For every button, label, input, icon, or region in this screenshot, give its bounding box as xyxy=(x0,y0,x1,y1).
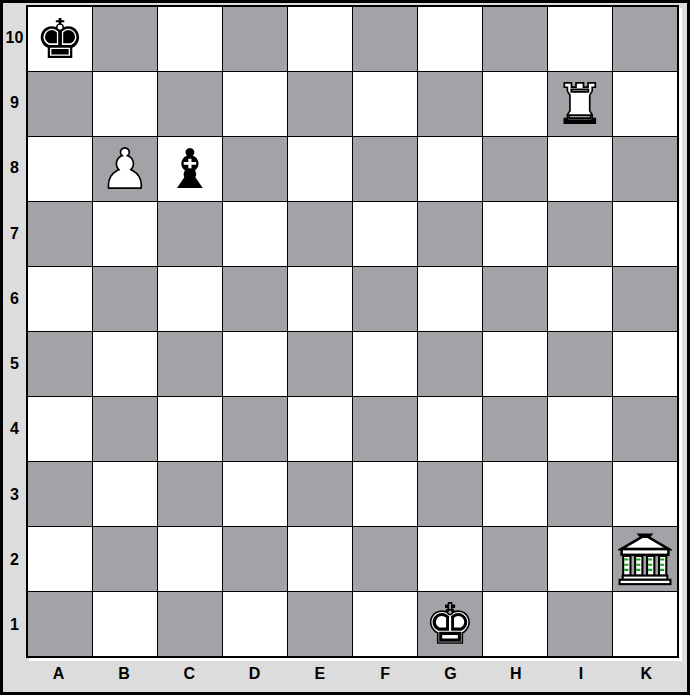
white-king[interactable]: ♚ xyxy=(425,592,474,656)
square-d6[interactable] xyxy=(223,267,287,331)
square-b8[interactable]: ♟ xyxy=(93,137,157,201)
square-h2[interactable] xyxy=(483,527,547,591)
square-e7[interactable] xyxy=(288,202,352,266)
square-h10[interactable] xyxy=(483,7,547,71)
square-i3[interactable] xyxy=(548,462,612,526)
rank-label-9: 9 xyxy=(3,70,26,135)
square-e1[interactable] xyxy=(288,592,352,656)
rank-label-10: 10 xyxy=(3,5,26,70)
square-d4[interactable] xyxy=(223,397,287,461)
square-c5[interactable] xyxy=(158,332,222,396)
square-a3[interactable] xyxy=(28,462,92,526)
square-i6[interactable] xyxy=(548,267,612,331)
square-g5[interactable] xyxy=(418,332,482,396)
square-f2[interactable] xyxy=(353,527,417,591)
file-label-d: D xyxy=(222,660,287,688)
square-f7[interactable] xyxy=(353,202,417,266)
black-king[interactable]: ♚ xyxy=(35,7,84,71)
square-f3[interactable] xyxy=(353,462,417,526)
square-f4[interactable] xyxy=(353,397,417,461)
square-g10[interactable] xyxy=(418,7,482,71)
square-a2[interactable] xyxy=(28,527,92,591)
square-i7[interactable] xyxy=(548,202,612,266)
file-label-g: G xyxy=(418,660,483,688)
file-label-c: C xyxy=(157,660,222,688)
square-h3[interactable] xyxy=(483,462,547,526)
square-g1[interactable]: ♚ xyxy=(418,592,482,656)
square-b5[interactable] xyxy=(93,332,157,396)
square-i1[interactable] xyxy=(548,592,612,656)
square-k3[interactable] xyxy=(613,462,677,526)
square-d8[interactable] xyxy=(223,137,287,201)
square-g4[interactable] xyxy=(418,397,482,461)
square-b7[interactable] xyxy=(93,202,157,266)
square-a1[interactable] xyxy=(28,592,92,656)
square-c9[interactable] xyxy=(158,72,222,136)
square-h7[interactable] xyxy=(483,202,547,266)
square-a10[interactable]: ♚ xyxy=(28,7,92,71)
square-f6[interactable] xyxy=(353,267,417,331)
square-c2[interactable] xyxy=(158,527,222,591)
square-a9[interactable] xyxy=(28,72,92,136)
square-k1[interactable] xyxy=(613,592,677,656)
square-a5[interactable] xyxy=(28,332,92,396)
square-h1[interactable] xyxy=(483,592,547,656)
square-k10[interactable] xyxy=(613,7,677,71)
file-labels: ABCDEFGHIK xyxy=(26,660,679,688)
square-b1[interactable] xyxy=(93,592,157,656)
white-rook[interactable]: ♜ xyxy=(555,72,604,136)
square-c10[interactable] xyxy=(158,7,222,71)
square-e10[interactable] xyxy=(288,7,352,71)
square-b2[interactable] xyxy=(93,527,157,591)
square-e9[interactable] xyxy=(288,72,352,136)
square-g6[interactable] xyxy=(418,267,482,331)
square-h8[interactable] xyxy=(483,137,547,201)
rank-label-2: 2 xyxy=(3,527,26,592)
square-g2[interactable] xyxy=(418,527,482,591)
white-temple[interactable] xyxy=(618,532,672,586)
square-d2[interactable] xyxy=(223,527,287,591)
square-e5[interactable] xyxy=(288,332,352,396)
file-label-b: B xyxy=(91,660,156,688)
square-a7[interactable] xyxy=(28,202,92,266)
square-a4[interactable] xyxy=(28,397,92,461)
square-f1[interactable] xyxy=(353,592,417,656)
square-h5[interactable] xyxy=(483,332,547,396)
square-d10[interactable] xyxy=(223,7,287,71)
square-h9[interactable] xyxy=(483,72,547,136)
square-g7[interactable] xyxy=(418,202,482,266)
square-d7[interactable] xyxy=(223,202,287,266)
square-d1[interactable] xyxy=(223,592,287,656)
square-g8[interactable] xyxy=(418,137,482,201)
square-i4[interactable] xyxy=(548,397,612,461)
rank-label-8: 8 xyxy=(3,136,26,201)
board-frame: 10987654321 ♚♜♟♝ ♚ ABCDEFGHIK xyxy=(0,0,690,695)
square-e6[interactable] xyxy=(288,267,352,331)
square-i2[interactable] xyxy=(548,527,612,591)
square-h6[interactable] xyxy=(483,267,547,331)
file-label-f: F xyxy=(353,660,418,688)
square-f9[interactable] xyxy=(353,72,417,136)
square-i9[interactable]: ♜ xyxy=(548,72,612,136)
rank-labels: 10987654321 xyxy=(3,5,26,658)
rank-label-7: 7 xyxy=(3,201,26,266)
square-b9[interactable] xyxy=(93,72,157,136)
square-f5[interactable] xyxy=(353,332,417,396)
square-h4[interactable] xyxy=(483,397,547,461)
rank-label-5: 5 xyxy=(3,332,26,397)
square-k7[interactable] xyxy=(613,202,677,266)
square-c7[interactable] xyxy=(158,202,222,266)
square-f10[interactable] xyxy=(353,7,417,71)
square-b6[interactable] xyxy=(93,267,157,331)
square-k6[interactable] xyxy=(613,267,677,331)
square-a6[interactable] xyxy=(28,267,92,331)
white-pawn[interactable]: ♟ xyxy=(100,137,149,201)
square-c3[interactable] xyxy=(158,462,222,526)
square-f8[interactable] xyxy=(353,137,417,201)
file-label-a: A xyxy=(26,660,91,688)
square-c4[interactable] xyxy=(158,397,222,461)
square-k5[interactable] xyxy=(613,332,677,396)
rank-label-6: 6 xyxy=(3,266,26,331)
file-label-h: H xyxy=(483,660,548,688)
square-d3[interactable] xyxy=(223,462,287,526)
square-b4[interactable] xyxy=(93,397,157,461)
square-e4[interactable] xyxy=(288,397,352,461)
square-d9[interactable] xyxy=(223,72,287,136)
square-d5[interactable] xyxy=(223,332,287,396)
square-e2[interactable] xyxy=(288,527,352,591)
square-k8[interactable] xyxy=(613,137,677,201)
square-i5[interactable] xyxy=(548,332,612,396)
rank-label-3: 3 xyxy=(3,462,26,527)
square-c6[interactable] xyxy=(158,267,222,331)
square-e8[interactable] xyxy=(288,137,352,201)
square-c1[interactable] xyxy=(158,592,222,656)
square-k4[interactable] xyxy=(613,397,677,461)
file-label-k: K xyxy=(614,660,679,688)
square-c8[interactable]: ♝ xyxy=(158,137,222,201)
rank-label-1: 1 xyxy=(3,593,26,658)
board: ♚♜♟♝ ♚ xyxy=(26,5,679,658)
square-b10[interactable] xyxy=(93,7,157,71)
square-k9[interactable] xyxy=(613,72,677,136)
square-i10[interactable] xyxy=(548,7,612,71)
square-b3[interactable] xyxy=(93,462,157,526)
rank-label-4: 4 xyxy=(3,397,26,462)
square-e3[interactable] xyxy=(288,462,352,526)
square-a8[interactable] xyxy=(28,137,92,201)
square-k2[interactable] xyxy=(613,527,677,591)
square-g3[interactable] xyxy=(418,462,482,526)
square-g9[interactable] xyxy=(418,72,482,136)
square-i8[interactable] xyxy=(548,137,612,201)
file-label-e: E xyxy=(287,660,352,688)
black-bishop[interactable]: ♝ xyxy=(165,137,214,201)
file-label-i: I xyxy=(548,660,613,688)
